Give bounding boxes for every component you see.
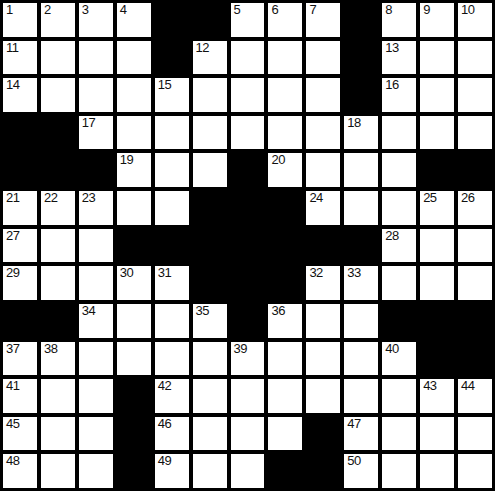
white-cell[interactable] [458, 116, 492, 150]
white-cell[interactable] [193, 417, 227, 451]
white-cell[interactable]: 11 [3, 41, 37, 75]
white-cell[interactable]: 9 [420, 3, 454, 37]
white-cell[interactable] [79, 78, 113, 112]
clue-number: 39 [234, 342, 247, 357]
white-cell[interactable]: 7 [306, 3, 340, 37]
white-cell[interactable] [306, 153, 340, 187]
clue-number: 34 [82, 304, 95, 319]
white-cell[interactable] [117, 116, 151, 150]
white-cell[interactable] [458, 78, 492, 112]
white-cell[interactable]: 37 [3, 342, 37, 376]
white-cell[interactable] [382, 153, 416, 187]
clue-number: 9 [423, 3, 430, 18]
clue-number: 25 [423, 191, 436, 206]
white-cell[interactable]: 47 [344, 417, 378, 451]
clue-number: 37 [6, 342, 19, 357]
white-cell[interactable] [41, 266, 75, 300]
white-cell[interactable]: 35 [193, 304, 227, 338]
white-cell[interactable] [193, 379, 227, 413]
clue-number: 46 [158, 417, 171, 432]
white-cell[interactable]: 38 [41, 342, 75, 376]
white-cell[interactable] [382, 191, 416, 225]
clue-number: 8 [385, 3, 392, 18]
white-cell[interactable] [268, 379, 302, 413]
clue-number: 19 [120, 153, 133, 168]
clue-number: 21 [6, 191, 19, 206]
clue-number: 45 [6, 417, 19, 432]
white-cell[interactable]: 34 [79, 304, 113, 338]
white-cell[interactable] [268, 342, 302, 376]
black-cell [268, 454, 302, 488]
white-cell[interactable]: 17 [79, 116, 113, 150]
white-cell[interactable]: 32 [306, 266, 340, 300]
white-cell[interactable] [344, 304, 378, 338]
black-cell [306, 417, 340, 451]
white-cell[interactable] [306, 379, 340, 413]
clue-number: 2 [44, 3, 51, 18]
black-cell [306, 454, 340, 488]
black-cell [117, 454, 151, 488]
clue-number: 11 [6, 41, 19, 56]
white-cell[interactable]: 31 [155, 266, 189, 300]
white-cell[interactable] [193, 153, 227, 187]
white-cell[interactable] [420, 454, 454, 488]
white-cell[interactable] [79, 417, 113, 451]
white-cell[interactable]: 1 [3, 3, 37, 37]
white-cell[interactable] [268, 417, 302, 451]
white-cell[interactable] [420, 116, 454, 150]
white-cell[interactable] [231, 417, 265, 451]
white-cell[interactable] [382, 379, 416, 413]
clue-number: 29 [6, 266, 19, 281]
white-cell[interactable] [344, 379, 378, 413]
white-cell[interactable] [382, 417, 416, 451]
white-cell[interactable]: 33 [344, 266, 378, 300]
white-cell[interactable] [193, 116, 227, 150]
white-cell[interactable] [79, 342, 113, 376]
clue-number: 32 [309, 266, 322, 281]
white-cell[interactable] [155, 342, 189, 376]
white-cell[interactable]: 20 [268, 153, 302, 187]
clue-number: 36 [271, 304, 284, 319]
black-cell [268, 266, 302, 300]
black-cell [382, 304, 416, 338]
white-cell[interactable] [458, 417, 492, 451]
white-cell[interactable]: 15 [155, 78, 189, 112]
black-cell [117, 229, 151, 263]
clue-number: 22 [44, 191, 57, 206]
clue-number: 12 [196, 41, 209, 56]
clue-number: 48 [6, 454, 19, 469]
black-cell [344, 78, 378, 112]
white-cell[interactable] [268, 41, 302, 75]
clue-number: 35 [196, 304, 209, 319]
white-cell[interactable]: 8 [382, 3, 416, 37]
white-cell[interactable] [117, 304, 151, 338]
black-cell [344, 3, 378, 37]
white-cell[interactable] [41, 41, 75, 75]
white-cell[interactable] [382, 454, 416, 488]
white-cell[interactable]: 2 [41, 3, 75, 37]
white-cell[interactable]: 41 [3, 379, 37, 413]
white-cell[interactable] [458, 454, 492, 488]
black-cell [79, 153, 113, 187]
white-cell[interactable]: 44 [458, 379, 492, 413]
black-cell [458, 153, 492, 187]
white-cell[interactable] [41, 78, 75, 112]
clue-number: 1 [6, 3, 13, 18]
white-cell[interactable] [231, 41, 265, 75]
black-cell [231, 191, 265, 225]
white-cell[interactable]: 25 [420, 191, 454, 225]
white-cell[interactable]: 18 [344, 116, 378, 150]
white-cell[interactable]: 12 [193, 41, 227, 75]
white-cell[interactable] [420, 417, 454, 451]
white-cell[interactable] [420, 78, 454, 112]
clue-number: 18 [347, 116, 360, 131]
white-cell[interactable]: 6 [268, 3, 302, 37]
black-cell [268, 229, 302, 263]
white-cell[interactable] [231, 78, 265, 112]
clue-number: 44 [461, 379, 474, 394]
white-cell[interactable]: 4 [117, 3, 151, 37]
black-cell [268, 191, 302, 225]
black-cell [155, 41, 189, 75]
black-cell [117, 379, 151, 413]
white-cell[interactable]: 49 [155, 454, 189, 488]
black-cell [41, 304, 75, 338]
clue-number: 3 [82, 3, 89, 18]
clue-number: 43 [423, 379, 436, 394]
white-cell[interactable] [155, 153, 189, 187]
white-cell[interactable]: 3 [79, 3, 113, 37]
white-cell[interactable] [306, 116, 340, 150]
white-cell[interactable] [41, 454, 75, 488]
clue-number: 7 [309, 3, 316, 18]
clue-number: 5 [234, 3, 241, 18]
black-cell [3, 153, 37, 187]
white-cell[interactable]: 5 [231, 3, 265, 37]
black-cell [193, 3, 227, 37]
white-cell[interactable] [420, 229, 454, 263]
white-cell[interactable]: 13 [382, 41, 416, 75]
white-cell[interactable] [193, 454, 227, 488]
white-cell[interactable] [117, 41, 151, 75]
white-cell[interactable] [193, 78, 227, 112]
white-cell[interactable]: 46 [155, 417, 189, 451]
white-cell[interactable] [231, 379, 265, 413]
black-cell [420, 304, 454, 338]
white-cell[interactable] [306, 304, 340, 338]
black-cell [3, 116, 37, 150]
white-cell[interactable] [155, 304, 189, 338]
white-cell[interactable] [155, 116, 189, 150]
white-cell[interactable] [458, 229, 492, 263]
clue-number: 38 [44, 342, 57, 357]
white-cell[interactable] [382, 266, 416, 300]
white-cell[interactable]: 40 [382, 342, 416, 376]
black-cell [344, 41, 378, 75]
black-cell [155, 229, 189, 263]
white-cell[interactable] [420, 266, 454, 300]
white-cell[interactable]: 16 [382, 78, 416, 112]
white-cell[interactable] [79, 229, 113, 263]
white-cell[interactable] [155, 191, 189, 225]
clue-number: 26 [461, 191, 474, 206]
white-cell[interactable] [117, 191, 151, 225]
white-cell[interactable] [231, 116, 265, 150]
clue-number: 10 [461, 3, 474, 18]
clue-number: 49 [158, 454, 171, 469]
white-cell[interactable] [306, 342, 340, 376]
clue-number: 13 [385, 41, 398, 56]
white-cell[interactable] [458, 41, 492, 75]
white-cell[interactable]: 48 [3, 454, 37, 488]
white-cell[interactable]: 19 [117, 153, 151, 187]
clue-number: 16 [385, 78, 398, 93]
black-cell [458, 342, 492, 376]
clue-number: 24 [309, 191, 322, 206]
white-cell[interactable] [117, 342, 151, 376]
white-cell[interactable]: 30 [117, 266, 151, 300]
clue-number: 28 [385, 229, 398, 244]
white-cell[interactable] [306, 78, 340, 112]
black-cell [231, 266, 265, 300]
clue-number: 17 [82, 116, 95, 131]
clue-number: 27 [6, 229, 19, 244]
white-cell[interactable]: 27 [3, 229, 37, 263]
white-cell[interactable]: 26 [458, 191, 492, 225]
black-cell [420, 342, 454, 376]
black-cell [344, 229, 378, 263]
black-cell [306, 229, 340, 263]
white-cell[interactable] [344, 342, 378, 376]
white-cell[interactable]: 29 [3, 266, 37, 300]
white-cell[interactable]: 21 [3, 191, 37, 225]
white-cell[interactable] [306, 41, 340, 75]
black-cell [3, 304, 37, 338]
black-cell [420, 153, 454, 187]
clue-number: 20 [271, 153, 284, 168]
clue-number: 40 [385, 342, 398, 357]
clue-number: 47 [347, 417, 360, 432]
black-cell [458, 304, 492, 338]
white-cell[interactable]: 24 [306, 191, 340, 225]
black-cell [231, 229, 265, 263]
white-cell[interactable] [79, 379, 113, 413]
white-cell[interactable]: 45 [3, 417, 37, 451]
white-cell[interactable] [420, 41, 454, 75]
white-cell[interactable] [382, 116, 416, 150]
white-cell[interactable] [117, 78, 151, 112]
white-cell[interactable] [344, 191, 378, 225]
clue-number: 42 [158, 379, 171, 394]
black-cell [193, 191, 227, 225]
clue-number: 50 [347, 454, 360, 469]
white-cell[interactable] [41, 379, 75, 413]
white-cell[interactable]: 28 [382, 229, 416, 263]
black-cell [193, 266, 227, 300]
crossword-grid: 1234567891011121314151617181920212223242… [0, 0, 495, 491]
white-cell[interactable] [41, 229, 75, 263]
black-cell [155, 3, 189, 37]
white-cell[interactable]: 14 [3, 78, 37, 112]
white-cell[interactable]: 39 [231, 342, 265, 376]
clue-number: 6 [271, 3, 278, 18]
clue-number: 41 [6, 379, 19, 394]
clue-number: 30 [120, 266, 133, 281]
clue-number: 4 [120, 3, 127, 18]
black-cell [41, 153, 75, 187]
white-cell[interactable] [458, 266, 492, 300]
clue-number: 14 [6, 78, 19, 93]
black-cell [41, 116, 75, 150]
clue-number: 15 [158, 78, 171, 93]
white-cell[interactable] [79, 266, 113, 300]
white-cell[interactable] [79, 41, 113, 75]
black-cell [117, 417, 151, 451]
black-cell [231, 304, 265, 338]
white-cell[interactable]: 10 [458, 3, 492, 37]
clue-number: 33 [347, 266, 360, 281]
white-cell[interactable] [79, 454, 113, 488]
white-cell[interactable]: 36 [268, 304, 302, 338]
white-cell[interactable] [193, 342, 227, 376]
white-cell[interactable]: 23 [79, 191, 113, 225]
white-cell[interactable]: 42 [155, 379, 189, 413]
white-cell[interactable]: 43 [420, 379, 454, 413]
white-cell[interactable] [344, 153, 378, 187]
clue-number: 31 [158, 266, 171, 281]
black-cell [193, 229, 227, 263]
white-cell[interactable] [231, 454, 265, 488]
white-cell[interactable]: 50 [344, 454, 378, 488]
white-cell[interactable]: 22 [41, 191, 75, 225]
black-cell [231, 153, 265, 187]
white-cell[interactable] [268, 78, 302, 112]
clue-number: 23 [82, 191, 95, 206]
white-cell[interactable] [268, 116, 302, 150]
white-cell[interactable] [41, 417, 75, 451]
